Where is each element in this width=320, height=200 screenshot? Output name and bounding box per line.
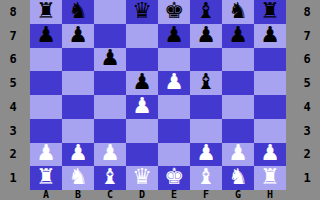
black-rook-icon: ♜: [260, 0, 280, 22]
square-e7[interactable]: ♟: [158, 24, 190, 48]
black-pawn-icon: ♟: [196, 24, 216, 46]
white-pawn-icon: ♟: [164, 71, 184, 93]
square-c6[interactable]: ♟: [94, 48, 126, 72]
square-a4[interactable]: [30, 95, 62, 119]
black-knight-icon: ♞: [228, 0, 248, 22]
square-d4[interactable]: ♟: [126, 95, 158, 119]
square-h1[interactable]: ♜: [254, 166, 286, 190]
black-pawn-icon: ♟: [36, 24, 56, 46]
square-b2[interactable]: ♟: [62, 143, 94, 167]
square-e3[interactable]: [158, 119, 190, 143]
file-label-b: B: [62, 190, 94, 200]
square-f4[interactable]: [190, 95, 222, 119]
square-e2[interactable]: [158, 143, 190, 167]
rank-label-right-1: 1: [294, 166, 320, 190]
rank-labels-left: 87654321: [0, 0, 26, 190]
square-b3[interactable]: [62, 119, 94, 143]
black-bishop-icon: ♝: [196, 71, 216, 93]
white-pawn-icon: ♟: [228, 143, 248, 165]
square-c2[interactable]: ♟: [94, 143, 126, 167]
file-label-h: H: [254, 190, 286, 200]
square-g3[interactable]: [222, 119, 254, 143]
square-e8[interactable]: ♚: [158, 0, 190, 24]
square-h2[interactable]: ♟: [254, 143, 286, 167]
square-c4[interactable]: [94, 95, 126, 119]
square-d6[interactable]: [126, 48, 158, 72]
square-a2[interactable]: ♟: [30, 143, 62, 167]
rank-label-left-8: 8: [0, 0, 26, 24]
square-e5[interactable]: ♟: [158, 71, 190, 95]
black-pawn-icon: ♟: [68, 24, 88, 46]
black-queen-icon: ♛: [132, 0, 152, 22]
white-pawn-icon: ♟: [260, 143, 280, 165]
square-a1[interactable]: ♜: [30, 166, 62, 190]
white-bishop-icon: ♝: [196, 166, 216, 188]
square-a8[interactable]: ♜: [30, 0, 62, 24]
square-a6[interactable]: [30, 48, 62, 72]
square-f2[interactable]: ♟: [190, 143, 222, 167]
square-d1[interactable]: ♛: [126, 166, 158, 190]
square-e4[interactable]: [158, 95, 190, 119]
file-label-f: F: [190, 190, 222, 200]
white-pawn-icon: ♟: [100, 143, 120, 165]
square-b7[interactable]: ♟: [62, 24, 94, 48]
square-d3[interactable]: [126, 119, 158, 143]
file-label-a: A: [30, 190, 62, 200]
black-bishop-icon: ♝: [196, 0, 216, 22]
rank-label-right-3: 3: [294, 119, 320, 143]
square-b4[interactable]: [62, 95, 94, 119]
rank-label-right-5: 5: [294, 71, 320, 95]
square-f7[interactable]: ♟: [190, 24, 222, 48]
file-label-d: D: [126, 190, 158, 200]
rank-label-right-7: 7: [294, 24, 320, 48]
square-g7[interactable]: ♟: [222, 24, 254, 48]
square-d5[interactable]: ♟: [126, 71, 158, 95]
square-f8[interactable]: ♝: [190, 0, 222, 24]
square-g2[interactable]: ♟: [222, 143, 254, 167]
square-h5[interactable]: [254, 71, 286, 95]
square-h4[interactable]: [254, 95, 286, 119]
square-g1[interactable]: ♞: [222, 166, 254, 190]
black-pawn-icon: ♟: [260, 24, 280, 46]
square-c8[interactable]: [94, 0, 126, 24]
rank-label-right-6: 6: [294, 48, 320, 72]
white-pawn-icon: ♟: [36, 143, 56, 165]
chess-screen: 87654321 ♜♞♛♚♝♞♜♟♟♟♟♟♟♟♟♟♝♟♟♟♟♟♟♟♜♞♝♛♚♝♞…: [0, 0, 320, 200]
square-e6[interactable]: [158, 48, 190, 72]
square-b8[interactable]: ♞: [62, 0, 94, 24]
black-pawn-icon: ♟: [132, 71, 152, 93]
square-h6[interactable]: [254, 48, 286, 72]
square-a3[interactable]: [30, 119, 62, 143]
square-c5[interactable]: [94, 71, 126, 95]
square-g5[interactable]: [222, 71, 254, 95]
square-f5[interactable]: ♝: [190, 71, 222, 95]
rank-label-left-7: 7: [0, 24, 26, 48]
white-rook-icon: ♜: [36, 166, 56, 188]
square-e1[interactable]: ♚: [158, 166, 190, 190]
white-pawn-icon: ♟: [196, 143, 216, 165]
black-pawn-icon: ♟: [100, 48, 120, 70]
rank-label-left-4: 4: [0, 95, 26, 119]
square-b1[interactable]: ♞: [62, 166, 94, 190]
file-labels: ABCDEFGH: [30, 190, 286, 200]
square-a5[interactable]: [30, 71, 62, 95]
white-pawn-icon: ♟: [132, 95, 152, 117]
square-a7[interactable]: ♟: [30, 24, 62, 48]
square-d8[interactable]: ♛: [126, 0, 158, 24]
square-d2[interactable]: [126, 143, 158, 167]
square-c3[interactable]: [94, 119, 126, 143]
black-knight-icon: ♞: [68, 0, 88, 22]
square-h3[interactable]: [254, 119, 286, 143]
black-king-icon: ♚: [164, 0, 184, 22]
white-pawn-icon: ♟: [68, 143, 88, 165]
rank-label-left-5: 5: [0, 71, 26, 95]
rank-labels-right: 87654321: [294, 0, 320, 190]
white-bishop-icon: ♝: [100, 166, 120, 188]
rank-label-right-4: 4: [294, 95, 320, 119]
rank-label-left-3: 3: [0, 119, 26, 143]
rank-label-left-6: 6: [0, 48, 26, 72]
black-rook-icon: ♜: [36, 0, 56, 22]
white-rook-icon: ♜: [260, 166, 280, 188]
rank-label-left-2: 2: [0, 143, 26, 167]
black-pawn-icon: ♟: [228, 24, 248, 46]
square-g4[interactable]: [222, 95, 254, 119]
rank-label-right-8: 8: [294, 0, 320, 24]
chess-board: ♜♞♛♚♝♞♜♟♟♟♟♟♟♟♟♟♝♟♟♟♟♟♟♟♜♞♝♛♚♝♞♜: [30, 0, 286, 190]
white-knight-icon: ♞: [228, 166, 248, 188]
file-label-e: E: [158, 190, 190, 200]
square-b5[interactable]: [62, 71, 94, 95]
square-f6[interactable]: [190, 48, 222, 72]
square-b6[interactable]: [62, 48, 94, 72]
square-d7[interactable]: [126, 24, 158, 48]
square-c7[interactable]: [94, 24, 126, 48]
square-f3[interactable]: [190, 119, 222, 143]
square-f1[interactable]: ♝: [190, 166, 222, 190]
rank-label-right-2: 2: [294, 143, 320, 167]
square-h7[interactable]: ♟: [254, 24, 286, 48]
white-knight-icon: ♞: [68, 166, 88, 188]
square-g8[interactable]: ♞: [222, 0, 254, 24]
square-c1[interactable]: ♝: [94, 166, 126, 190]
white-queen-icon: ♛: [132, 166, 152, 188]
black-pawn-icon: ♟: [164, 24, 184, 46]
rank-label-left-1: 1: [0, 166, 26, 190]
white-king-icon: ♚: [164, 166, 184, 188]
file-label-g: G: [222, 190, 254, 200]
file-label-c: C: [94, 190, 126, 200]
square-g6[interactable]: [222, 48, 254, 72]
square-h8[interactable]: ♜: [254, 0, 286, 24]
